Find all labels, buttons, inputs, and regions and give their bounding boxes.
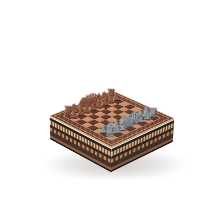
product-photo-stage: ♜♟♟♜♞♟♟♞♝♟♟♝♛♟♟♛♚♟♟♚♝♟♟♝♞♟♟♞♜♟♟♜: [0, 0, 216, 216]
chess-box: ♜♟♟♜♞♟♟♞♝♟♟♝♛♟♟♛♚♟♟♚♝♟♟♝♞♟♟♞♜♟♟♜: [50, 91, 174, 148]
